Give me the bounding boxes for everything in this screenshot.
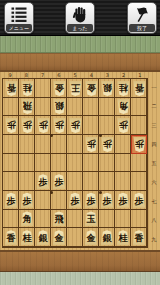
square-7-2[interactable] [35,98,51,117]
shogi-board: 987654321 香桂金王金銀桂香飛銀角歩歩歩歩歩歩歩歩歩歩歩歩歩歩歩歩歩歩角… [0,72,160,250]
square-9-7[interactable]: 歩 [3,191,19,210]
square-4-2[interactable] [83,98,99,117]
square-8-5[interactable] [19,154,35,173]
square-5-5[interactable] [67,154,83,173]
gote-pawn-piece[interactable]: 歩 [133,137,146,152]
hoshi-dot [50,191,53,194]
square-6-8[interactable]: 飛 [51,210,67,229]
tatami-mat-top [0,36,160,53]
square-7-9[interactable]: 銀 [35,228,51,247]
piece-kanji: 金 [87,232,96,245]
sente-pawn-piece[interactable]: 歩 [5,193,18,208]
piece-kanji: 香 [7,232,16,245]
sente-pawn-piece[interactable]: 歩 [21,193,34,208]
square-9-3[interactable]: 歩 [3,116,19,135]
rank-label-3: 三 [148,116,160,135]
piece-kanji: 歩 [23,118,32,131]
square-2-3[interactable]: 歩 [115,116,131,135]
square-9-2[interactable] [3,98,19,117]
rank-label-1: 一 [148,78,160,97]
piece-kanji: 銀 [55,99,64,112]
rank-label-6: 六 [148,172,160,191]
piece-kanji: 歩 [23,195,32,208]
square-3-6[interactable] [99,172,115,191]
square-4-3[interactable] [83,116,99,135]
piece-kanji: 桂 [119,81,128,94]
square-1-5[interactable] [131,154,147,173]
piece-kanji: 歩 [55,176,64,189]
square-9-9[interactable]: 香 [3,228,19,247]
sente-pawn-piece[interactable]: 歩 [69,193,82,208]
piece-kanji: 桂 [23,81,32,94]
square-9-1[interactable]: 香 [3,79,19,98]
gote-pawn-piece[interactable]: 歩 [37,118,50,133]
piece-kanji: 歩 [71,195,80,208]
square-8-2[interactable]: 飛 [19,98,35,117]
gote-pawn-piece[interactable]: 歩 [5,118,18,133]
piece-kanji: 香 [135,232,144,245]
gote-knight-piece[interactable]: 桂 [21,81,34,96]
sente-knight-piece[interactable]: 桂 [117,230,130,245]
square-7-7[interactable] [35,191,51,210]
piece-kanji: 角 [23,213,32,226]
piece-kanji: 金 [55,81,64,94]
gote-silver-piece[interactable]: 銀 [101,81,114,96]
square-7-8[interactable] [35,210,51,229]
piece-kanji: 桂 [119,232,128,245]
square-4-9[interactable]: 金 [83,228,99,247]
piece-kanji: 歩 [39,176,48,189]
gote-pawn-piece[interactable]: 歩 [101,137,114,152]
square-5-1[interactable]: 王 [67,79,83,98]
square-9-6[interactable] [3,172,19,191]
sente-piece-stand [0,250,160,272]
square-2-9[interactable]: 桂 [115,228,131,247]
piece-kanji: 金 [55,232,64,245]
sente-silver-piece[interactable]: 銀 [37,230,50,245]
piece-kanji: 歩 [135,195,144,208]
square-9-5[interactable] [3,154,19,173]
square-7-6[interactable]: 歩 [35,172,51,191]
gote-lance-piece[interactable]: 香 [5,81,18,96]
sente-pawn-piece[interactable]: 歩 [85,193,98,208]
square-6-3[interactable]: 歩 [51,116,67,135]
square-5-8[interactable] [67,210,83,229]
board-grid: 香桂金王金銀桂香飛銀角歩歩歩歩歩歩歩歩歩歩歩歩歩歩歩歩歩歩角飛玉香桂銀金金銀桂香 [2,78,148,248]
square-1-4[interactable]: 歩 [131,135,147,154]
shogi-app-screen: メニュー まった [0,0,160,285]
square-6-5[interactable] [51,154,67,173]
square-3-9[interactable]: 銀 [99,228,115,247]
gote-pawn-piece[interactable]: 歩 [85,137,98,152]
square-7-4[interactable] [35,135,51,154]
rank-label-5: 五 [148,154,160,173]
square-4-1[interactable]: 金 [83,79,99,98]
square-5-7[interactable]: 歩 [67,191,83,210]
sente-silver-piece[interactable]: 銀 [101,230,114,245]
square-8-9[interactable]: 桂 [19,228,35,247]
square-3-7[interactable]: 歩 [99,191,115,210]
square-6-4[interactable] [51,135,67,154]
rank-label-8: 八 [148,210,160,229]
gote-rook-piece[interactable]: 飛 [21,99,34,114]
gote-gold-piece[interactable]: 金 [53,81,66,96]
gote-bishop-piece[interactable]: 角 [117,99,130,114]
piece-kanji: 歩 [71,118,80,131]
toolbar: メニュー まった [0,0,160,36]
square-8-1[interactable]: 桂 [19,79,35,98]
square-6-1[interactable]: 金 [51,79,67,98]
square-7-5[interactable] [35,154,51,173]
sente-pawn-piece[interactable]: 歩 [37,174,50,189]
square-8-4[interactable] [19,135,35,154]
gote-knight-piece[interactable]: 桂 [117,81,130,96]
resign-button-label: 投了 [129,24,155,32]
square-2-8[interactable] [115,210,131,229]
square-3-3[interactable] [99,116,115,135]
undo-button-label: まった [67,24,93,32]
piece-kanji: 銀 [103,81,112,94]
flag-icon [128,4,156,25]
piece-kanji: 飛 [23,99,32,112]
sente-bishop-piece[interactable]: 角 [21,211,34,226]
piece-kanji: 香 [7,81,16,94]
square-4-5[interactable] [83,154,99,173]
gote-pawn-piece[interactable]: 歩 [69,118,82,133]
square-6-6[interactable]: 歩 [51,172,67,191]
rank-label-9: 九 [148,229,160,248]
square-7-3[interactable]: 歩 [35,116,51,135]
sente-gold-piece[interactable]: 金 [53,230,66,245]
rank-label-2: 二 [148,97,160,116]
square-2-5[interactable] [115,154,131,173]
square-3-4[interactable]: 歩 [99,135,115,154]
square-3-1[interactable]: 銀 [99,79,115,98]
sente-pawn-piece[interactable]: 歩 [117,193,130,208]
piece-kanji: 歩 [103,195,112,208]
piece-kanji: 飛 [55,213,64,226]
square-2-4[interactable] [115,135,131,154]
piece-kanji: 歩 [7,195,16,208]
piece-kanji: 銀 [103,232,112,245]
square-6-9[interactable]: 金 [51,228,67,247]
square-4-7[interactable]: 歩 [83,191,99,210]
piece-kanji: 歩 [39,118,48,131]
square-7-1[interactable] [35,79,51,98]
square-8-3[interactable]: 歩 [19,116,35,135]
piece-kanji: 歩 [87,137,96,150]
square-4-8[interactable]: 玉 [83,210,99,229]
square-5-6[interactable] [67,172,83,191]
square-2-6[interactable] [115,172,131,191]
square-1-1[interactable]: 香 [131,79,147,98]
square-1-9[interactable]: 香 [131,228,147,247]
square-5-9[interactable] [67,228,83,247]
gote-lance-piece[interactable]: 香 [133,81,146,96]
piece-kanji: 玉 [87,213,96,226]
piece-kanji: 王 [71,81,80,94]
piece-kanji: 角 [119,99,128,112]
sente-knight-piece[interactable]: 桂 [21,230,34,245]
piece-kanji: 歩 [55,118,64,131]
piece-kanji: 歩 [87,195,96,208]
gote-pawn-piece[interactable]: 歩 [117,118,130,133]
square-1-8[interactable] [131,210,147,229]
square-4-4[interactable]: 歩 [83,135,99,154]
piece-kanji: 歩 [119,195,128,208]
menu-button[interactable]: メニュー [4,2,34,34]
hoshi-dot [99,134,102,137]
square-5-4[interactable] [67,135,83,154]
sente-gold-piece[interactable]: 金 [85,230,98,245]
rank-labels: 一二三四五六七八九 [148,78,160,248]
piece-kanji: 歩 [119,118,128,131]
hoshi-dot [99,191,102,194]
piece-kanji: 桂 [23,232,32,245]
gote-gold-piece[interactable]: 金 [85,81,98,96]
square-1-3[interactable] [131,116,147,135]
piece-kanji: 歩 [7,118,16,131]
gote-king-piece[interactable]: 王 [69,81,82,96]
square-5-3[interactable]: 歩 [67,116,83,135]
menu-button-label: メニュー [6,24,32,32]
square-6-7[interactable] [51,191,67,210]
square-3-2[interactable] [99,98,115,117]
sente-rook-piece[interactable]: 飛 [53,211,66,226]
gote-pawn-piece[interactable]: 歩 [53,118,66,133]
square-8-8[interactable]: 角 [19,210,35,229]
piece-kanji: 歩 [135,137,144,150]
sente-king-piece[interactable]: 玉 [85,211,98,226]
square-8-6[interactable] [19,172,35,191]
gote-piece-stand [0,53,160,72]
square-9-8[interactable] [3,210,19,229]
square-5-2[interactable] [67,98,83,117]
square-1-7[interactable]: 歩 [131,191,147,210]
sente-lance-piece[interactable]: 香 [133,230,146,245]
square-2-1[interactable]: 桂 [115,79,131,98]
square-3-8[interactable] [99,210,115,229]
square-3-5[interactable] [99,154,115,173]
undo-button[interactable]: まった [65,2,95,34]
menu-list-icon [5,4,33,25]
square-2-7[interactable]: 歩 [115,191,131,210]
square-8-7[interactable]: 歩 [19,191,35,210]
square-1-6[interactable] [131,172,147,191]
hand-icon [66,4,94,25]
square-4-6[interactable] [83,172,99,191]
piece-kanji: 歩 [103,137,112,150]
resign-button[interactable]: 投了 [127,2,157,34]
square-2-2[interactable]: 角 [115,98,131,117]
square-1-2[interactable] [131,98,147,117]
gote-silver-piece[interactable]: 銀 [53,99,66,114]
piece-kanji: 香 [135,81,144,94]
sente-lance-piece[interactable]: 香 [5,230,18,245]
tatami-mat-bottom [0,272,160,285]
gote-pawn-piece[interactable]: 歩 [21,118,34,133]
sente-pawn-piece[interactable]: 歩 [133,193,146,208]
piece-kanji: 銀 [39,232,48,245]
piece-kanji: 金 [87,81,96,94]
square-6-2[interactable]: 銀 [51,98,67,117]
rank-label-7: 七 [148,191,160,210]
sente-pawn-piece[interactable]: 歩 [53,174,66,189]
rank-label-4: 四 [148,135,160,154]
sente-pawn-piece[interactable]: 歩 [101,193,114,208]
square-9-4[interactable] [3,135,19,154]
